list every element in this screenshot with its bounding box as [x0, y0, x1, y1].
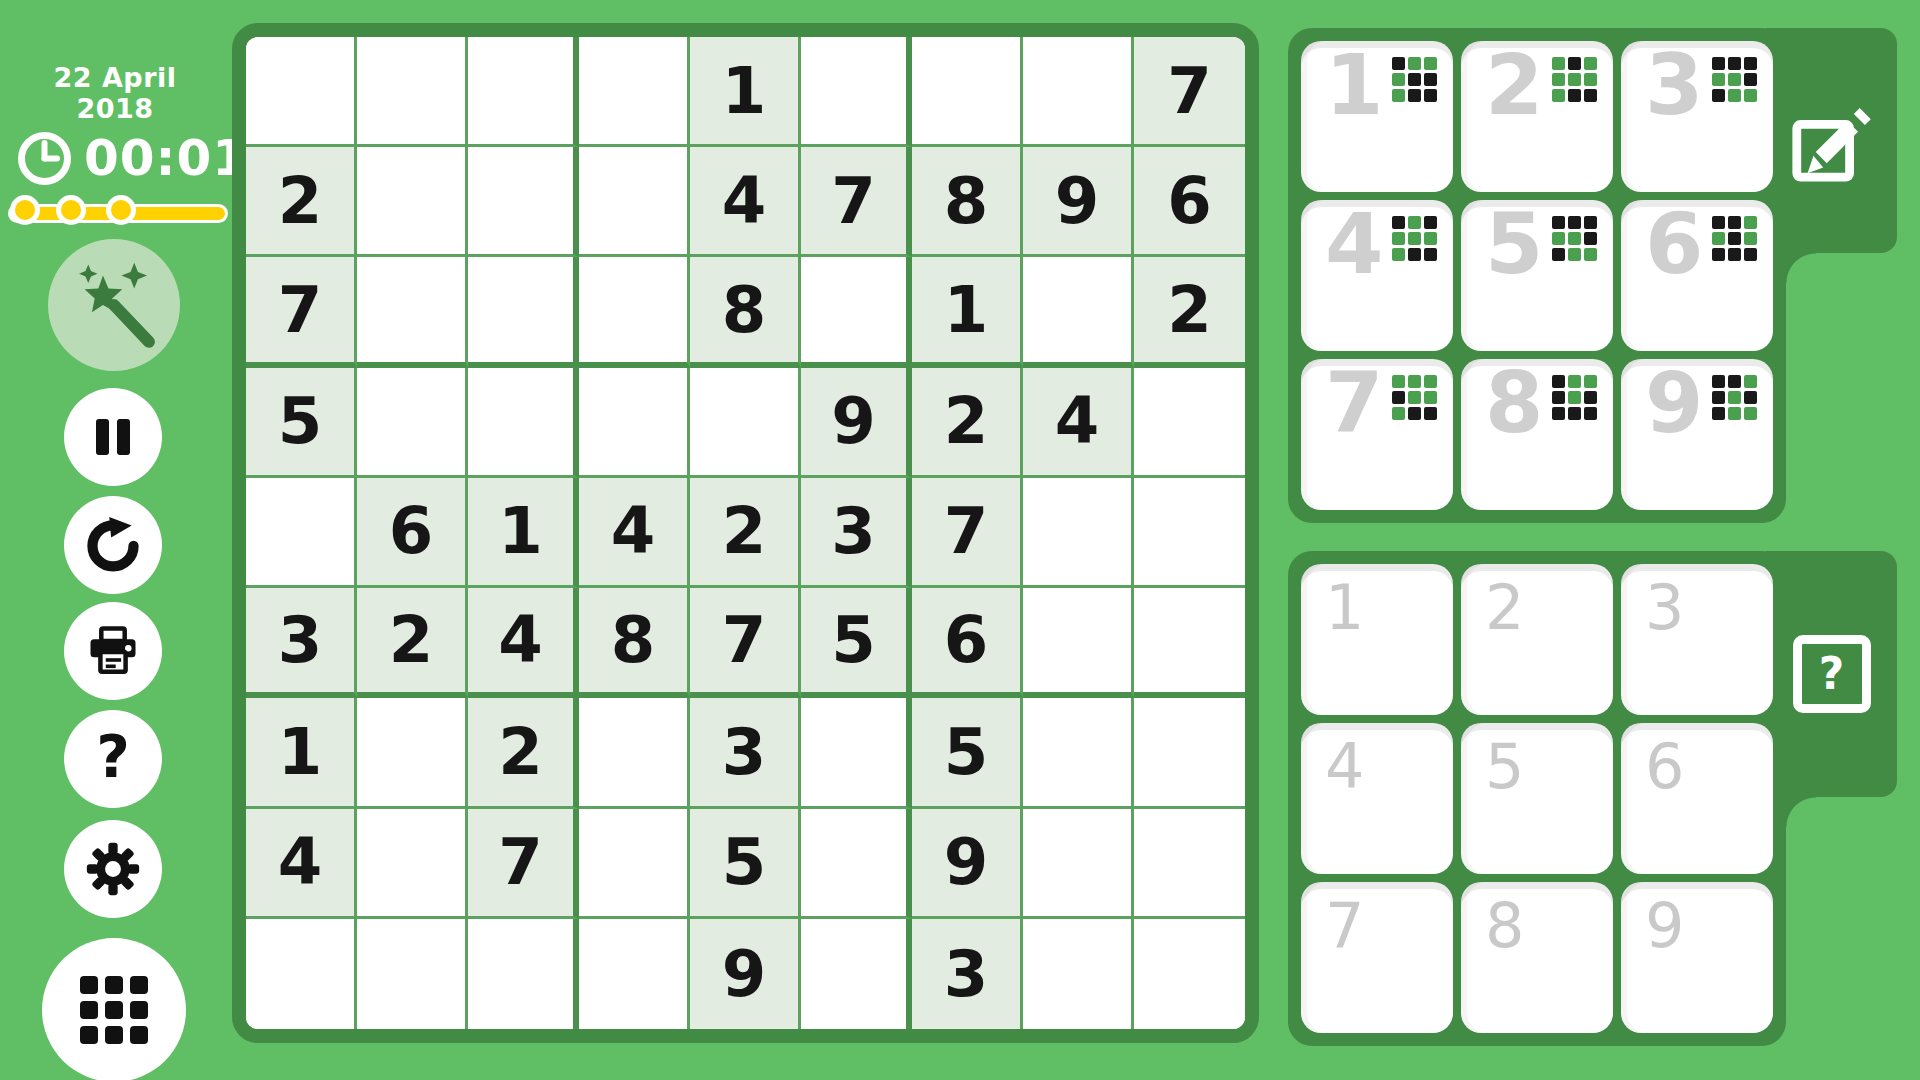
digit-label: 1: [1325, 35, 1383, 136]
digit-label: 4: [1325, 194, 1383, 295]
restart-button[interactable]: [64, 496, 162, 594]
pencil-digit-button-1[interactable]: 1: [1301, 564, 1453, 715]
sudoku-cell-r4c4[interactable]: [579, 368, 690, 478]
print-button[interactable]: [64, 602, 162, 700]
sudoku-cell-r9c9[interactable]: [1134, 919, 1245, 1029]
pad-help-button[interactable]: ?: [1793, 635, 1871, 713]
sudoku-cell-r5c3[interactable]: 1: [468, 478, 579, 588]
sudoku-cell-r2c1[interactable]: 2: [246, 147, 357, 257]
digit-label: 3: [1645, 35, 1703, 136]
sudoku-cell-r1c1[interactable]: [246, 37, 357, 147]
pencil-digit-button-2[interactable]: 2: [1461, 564, 1613, 715]
progress-bar: [8, 204, 228, 223]
clock-icon: [16, 130, 73, 187]
sudoku-cell-r5c4[interactable]: 4: [579, 478, 690, 588]
sudoku-cell-r3c7[interactable]: 1: [912, 257, 1023, 367]
sudoku-cell-r6c7[interactable]: 6: [912, 588, 1023, 698]
digit-pad-remaining: 123456789: [1288, 28, 1786, 523]
box-presence-icon: [1552, 57, 1597, 102]
digit-label: 8: [1485, 353, 1543, 454]
sudoku-cell-r5c6[interactable]: 3: [801, 478, 912, 588]
sudoku-board: 172478967812592461423732487561235475993: [232, 23, 1259, 1043]
tab-fillet: [1786, 797, 1816, 827]
digit-label: 1: [1325, 574, 1364, 642]
box-presence-icon: [1552, 375, 1597, 420]
sudoku-cell-r4c1[interactable]: 5: [246, 368, 357, 478]
timer-value: 00:01: [84, 133, 248, 183]
sudoku-cell-r7c1[interactable]: 1: [246, 698, 357, 808]
digit-label: 6: [1645, 194, 1703, 295]
sudoku-cell-r7c9[interactable]: [1134, 698, 1245, 808]
sudoku-cell-r3c6[interactable]: [801, 257, 912, 367]
sudoku-cell-r1c6[interactable]: [801, 37, 912, 147]
sudoku-cell-r8c6[interactable]: [801, 809, 912, 919]
pad-help-question-icon: ?: [1819, 652, 1845, 696]
digit-label: 7: [1325, 353, 1383, 454]
digit-pad-plain: 123456789: [1288, 551, 1786, 1046]
progress-dot: [10, 195, 40, 225]
digit-button-6[interactable]: 6: [1621, 200, 1773, 351]
sudoku-cell-r7c8[interactable]: [1023, 698, 1134, 808]
digit-label: 4: [1325, 733, 1364, 801]
digit-button-4[interactable]: 4: [1301, 200, 1453, 351]
sudoku-cell-r1c9[interactable]: 7: [1134, 37, 1245, 147]
pause-button[interactable]: [64, 388, 162, 486]
sudoku-cell-r8c9[interactable]: [1134, 809, 1245, 919]
pencil-digit-button-7[interactable]: 7: [1301, 882, 1453, 1033]
sudoku-cell-r5c2[interactable]: 6: [357, 478, 468, 588]
pencil-digit-button-6[interactable]: 6: [1621, 723, 1773, 874]
sudoku-cell-r1c3[interactable]: [468, 37, 579, 147]
digit-label: 9: [1645, 892, 1684, 960]
digit-label: 5: [1485, 733, 1524, 801]
sudoku-cell-r9c3[interactable]: [468, 919, 579, 1029]
sudoku-cell-r7c5[interactable]: 3: [690, 698, 801, 808]
help-button[interactable]: ?: [64, 710, 162, 808]
digit-label: 5: [1485, 194, 1543, 295]
sudoku-cell-r9c7[interactable]: 3: [912, 919, 1023, 1029]
sudoku-cell-r7c3[interactable]: 2: [468, 698, 579, 808]
sudoku-cell-r4c2[interactable]: [357, 368, 468, 478]
digit-button-7[interactable]: 7: [1301, 359, 1453, 510]
pencil-digit-button-4[interactable]: 4: [1301, 723, 1453, 874]
digit-label: 2: [1485, 35, 1543, 136]
sudoku-cell-r2c5[interactable]: 4: [690, 147, 801, 257]
sudoku-cell-r9c1[interactable]: [246, 919, 357, 1029]
sudoku-cell-r4c5[interactable]: [690, 368, 801, 478]
digit-label: 3: [1645, 574, 1684, 642]
sudoku-cell-r9c6[interactable]: [801, 919, 912, 1029]
gear-icon: [85, 841, 141, 897]
sudoku-cell-r7c2[interactable]: [357, 698, 468, 808]
sudoku-cell-r6c2[interactable]: 2: [357, 588, 468, 698]
sudoku-cell-r9c4[interactable]: [579, 919, 690, 1029]
sudoku-cell-r1c2[interactable]: [357, 37, 468, 147]
box-presence-icon: [1712, 57, 1757, 102]
sudoku-cell-r8c1[interactable]: 4: [246, 809, 357, 919]
sudoku-cell-r2c4[interactable]: [579, 147, 690, 257]
sudoku-cell-r2c6[interactable]: 7: [801, 147, 912, 257]
question-icon: ?: [96, 728, 130, 786]
sudoku-cell-r8c5[interactable]: 5: [690, 809, 801, 919]
digit-button-5[interactable]: 5: [1461, 200, 1613, 351]
sudoku-cell-r3c1[interactable]: 7: [246, 257, 357, 367]
digit-button-8[interactable]: 8: [1461, 359, 1613, 510]
sudoku-cell-r8c7[interactable]: 9: [912, 809, 1023, 919]
sudoku-cell-r8c3[interactable]: 7: [468, 809, 579, 919]
sudoku-cell-r6c9[interactable]: [1134, 588, 1245, 698]
digit-button-2[interactable]: 2: [1461, 41, 1613, 192]
sudoku-cell-r9c8[interactable]: [1023, 919, 1134, 1029]
sudoku-cell-r3c2[interactable]: [357, 257, 468, 367]
grid-icon: [80, 976, 148, 1044]
sudoku-cell-r3c8[interactable]: [1023, 257, 1134, 367]
sudoku-cell-r5c8[interactable]: [1023, 478, 1134, 588]
sudoku-cell-r1c7[interactable]: [912, 37, 1023, 147]
sudoku-cell-r5c7[interactable]: 7: [912, 478, 1023, 588]
sudoku-cell-r5c1[interactable]: [246, 478, 357, 588]
digit-button-1[interactable]: 1: [1301, 41, 1453, 192]
box-presence-icon: [1392, 216, 1437, 261]
pencil-digit-button-5[interactable]: 5: [1461, 723, 1613, 874]
pencil-edit-icon[interactable]: [1788, 97, 1876, 185]
sudoku-cell-r2c3[interactable]: [468, 147, 579, 257]
sudoku-cell-r4c7[interactable]: 2: [912, 368, 1023, 478]
digit-label: 6: [1645, 733, 1684, 801]
sudoku-cell-r5c5[interactable]: 2: [690, 478, 801, 588]
sudoku-cell-r4c3[interactable]: [468, 368, 579, 478]
box-presence-icon: [1392, 375, 1437, 420]
sudoku-cell-r6c3[interactable]: 4: [468, 588, 579, 698]
sudoku-cell-r4c9[interactable]: [1134, 368, 1245, 478]
sudoku-cell-r1c4[interactable]: [579, 37, 690, 147]
box-presence-icon: [1392, 57, 1437, 102]
pencil-digit-button-8[interactable]: 8: [1461, 882, 1613, 1033]
sudoku-cell-r8c4[interactable]: [579, 809, 690, 919]
sudoku-cell-r2c9[interactable]: 6: [1134, 147, 1245, 257]
digit-label: 7: [1325, 892, 1364, 960]
settings-button[interactable]: [64, 820, 162, 918]
sudoku-cell-r3c5[interactable]: 8: [690, 257, 801, 367]
sudoku-cell-r8c2[interactable]: [357, 809, 468, 919]
tab-fillet: [1786, 253, 1816, 283]
sudoku-cell-r4c8[interactable]: 4: [1023, 368, 1134, 478]
progress-dot: [106, 195, 136, 225]
hint-wand-button[interactable]: [48, 239, 180, 371]
sudoku-cell-r6c8[interactable]: [1023, 588, 1134, 698]
sudoku-cell-r2c2[interactable]: [357, 147, 468, 257]
sudoku-cell-r7c4[interactable]: [579, 698, 690, 808]
sudoku-cell-r7c6[interactable]: [801, 698, 912, 808]
sudoku-cell-r4c6[interactable]: 9: [801, 368, 912, 478]
reload-icon: [85, 517, 141, 573]
digit-button-3[interactable]: 3: [1621, 41, 1773, 192]
digit-button-9[interactable]: 9: [1621, 359, 1773, 510]
pencil-digit-button-9[interactable]: 9: [1621, 882, 1773, 1033]
sudoku-cell-r9c2[interactable]: [357, 919, 468, 1029]
pencil-digit-button-3[interactable]: 3: [1621, 564, 1773, 715]
magic-wand-icon: [68, 259, 160, 351]
digit-label: 8: [1485, 892, 1524, 960]
sudoku-cell-r2c8[interactable]: 9: [1023, 147, 1134, 257]
sudoku-cell-r1c8[interactable]: [1023, 37, 1134, 147]
sudoku-cell-r1c5[interactable]: 1: [690, 37, 801, 147]
sudoku-cell-r6c4[interactable]: 8: [579, 588, 690, 698]
date-label: 22 April 2018: [10, 62, 220, 124]
digit-label: 9: [1645, 353, 1703, 454]
sudoku-cell-r7c7[interactable]: 5: [912, 698, 1023, 808]
sudoku-cell-r6c1[interactable]: 3: [246, 588, 357, 698]
box-presence-icon: [1712, 375, 1757, 420]
progress-dot: [56, 195, 86, 225]
digit-label: 2: [1485, 574, 1524, 642]
sudoku-cell-r5c9[interactable]: [1134, 478, 1245, 588]
sudoku-cell-r3c4[interactable]: [579, 257, 690, 367]
levels-grid-button[interactable]: [42, 938, 186, 1080]
sudoku-cell-r8c8[interactable]: [1023, 809, 1134, 919]
printer-icon: [86, 624, 140, 678]
sudoku-cell-r3c9[interactable]: 2: [1134, 257, 1245, 367]
pause-icon: [88, 412, 138, 462]
box-presence-icon: [1712, 216, 1757, 261]
sudoku-cell-r6c6[interactable]: 5: [801, 588, 912, 698]
sudoku-cell-r3c3[interactable]: [468, 257, 579, 367]
sudoku-cell-r2c7[interactable]: 8: [912, 147, 1023, 257]
sudoku-cell-r9c5[interactable]: 9: [690, 919, 801, 1029]
sudoku-cell-r6c5[interactable]: 7: [690, 588, 801, 698]
box-presence-icon: [1552, 216, 1597, 261]
